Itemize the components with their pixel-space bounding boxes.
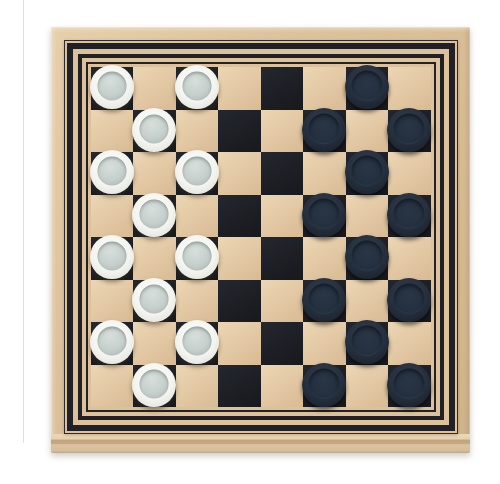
square-d2[interactable] [218,110,261,153]
square-f8[interactable] [303,365,346,408]
white-checker-a3[interactable] [90,150,134,194]
square-d5[interactable] [218,237,261,280]
square-b2[interactable] [133,110,176,153]
square-b8[interactable] [133,365,176,408]
square-c6[interactable] [176,280,219,323]
black-checker-f6[interactable] [302,278,346,322]
black-checker-g1[interactable] [345,65,389,109]
black-checker-h8[interactable] [387,363,431,407]
square-g6[interactable] [346,280,389,323]
square-f2[interactable] [303,110,346,153]
square-g7[interactable] [346,322,389,365]
square-f1[interactable] [303,67,346,110]
square-b6[interactable] [133,280,176,323]
square-a1[interactable] [91,67,134,110]
square-h3[interactable] [388,152,431,195]
square-c3[interactable] [176,152,219,195]
square-c7[interactable] [176,322,219,365]
white-checker-c7[interactable] [175,320,219,364]
square-d8[interactable] [218,365,261,408]
square-a6[interactable] [91,280,134,323]
square-b7[interactable] [133,322,176,365]
square-b5[interactable] [133,237,176,280]
square-g4[interactable] [346,195,389,238]
square-h1[interactable] [388,67,431,110]
square-d7[interactable] [218,322,261,365]
square-h8[interactable] [388,365,431,408]
white-checker-c5[interactable] [175,235,219,279]
black-checker-h4[interactable] [387,193,431,237]
black-checker-g3[interactable] [345,150,389,194]
square-h4[interactable] [388,195,431,238]
background-edge-line [23,0,24,443]
square-e7[interactable] [261,322,304,365]
square-c2[interactable] [176,110,219,153]
square-b1[interactable] [133,67,176,110]
white-checker-a1[interactable] [90,65,134,109]
square-c8[interactable] [176,365,219,408]
square-a8[interactable] [91,365,134,408]
square-g2[interactable] [346,110,389,153]
decorative-border-middle [78,54,444,420]
board-sheet [64,40,458,434]
square-d6[interactable] [218,280,261,323]
square-f6[interactable] [303,280,346,323]
white-checker-a7[interactable] [90,320,134,364]
square-b3[interactable] [133,152,176,195]
square-a4[interactable] [91,195,134,238]
square-h5[interactable] [388,237,431,280]
white-checker-c1[interactable] [175,65,219,109]
white-checker-a5[interactable] [90,235,134,279]
white-checker-b4[interactable] [132,193,176,237]
square-a7[interactable] [91,322,134,365]
black-checker-h2[interactable] [387,108,431,152]
square-f5[interactable] [303,237,346,280]
white-checker-b2[interactable] [132,108,176,152]
square-h2[interactable] [388,110,431,153]
square-f4[interactable] [303,195,346,238]
square-f3[interactable] [303,152,346,195]
square-a2[interactable] [91,110,134,153]
square-g8[interactable] [346,365,389,408]
black-checker-f4[interactable] [302,193,346,237]
square-d1[interactable] [218,67,261,110]
square-f7[interactable] [303,322,346,365]
black-checker-f2[interactable] [302,108,346,152]
white-checker-c3[interactable] [175,150,219,194]
square-e6[interactable] [261,280,304,323]
black-checker-f8[interactable] [302,363,346,407]
square-c1[interactable] [176,67,219,110]
white-checker-b6[interactable] [132,278,176,322]
square-h7[interactable] [388,322,431,365]
square-c4[interactable] [176,195,219,238]
square-d3[interactable] [218,152,261,195]
square-e4[interactable] [261,195,304,238]
square-e2[interactable] [261,110,304,153]
square-d4[interactable] [218,195,261,238]
square-b4[interactable] [133,195,176,238]
black-checker-g5[interactable] [345,235,389,279]
decorative-border-outer [67,43,455,431]
square-e1[interactable] [261,67,304,110]
square-e8[interactable] [261,365,304,408]
square-e3[interactable] [261,152,304,195]
black-checker-g7[interactable] [345,320,389,364]
checkers-board [91,67,431,407]
square-g3[interactable] [346,152,389,195]
square-a5[interactable] [91,237,134,280]
square-g5[interactable] [346,237,389,280]
square-e5[interactable] [261,237,304,280]
decorative-border-hairline [64,40,458,434]
square-a3[interactable] [91,152,134,195]
white-checker-b8[interactable] [132,363,176,407]
square-c5[interactable] [176,237,219,280]
wooden-tray [51,27,470,453]
decorative-border-inner [86,62,436,412]
square-g1[interactable] [346,67,389,110]
product-photo-background [0,0,500,484]
square-h6[interactable] [388,280,431,323]
black-checker-h6[interactable] [387,278,431,322]
